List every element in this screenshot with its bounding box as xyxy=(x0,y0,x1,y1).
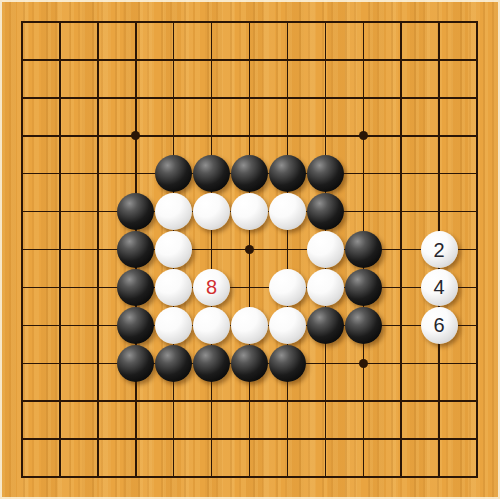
stone-white xyxy=(193,307,230,344)
stone-black xyxy=(117,231,154,268)
move-number-label: 8 xyxy=(206,277,217,297)
stone-white xyxy=(193,193,230,230)
stone-white: 2 xyxy=(421,231,458,268)
move-number-label: 6 xyxy=(434,315,445,335)
stone-black xyxy=(307,155,344,192)
stone-white: 6 xyxy=(421,307,458,344)
stone-black xyxy=(193,155,230,192)
stone-black xyxy=(269,345,306,382)
move-number-label: 4 xyxy=(434,277,445,297)
stone-black xyxy=(231,155,268,192)
stone-black xyxy=(345,269,382,306)
stone-black xyxy=(345,231,382,268)
stone-black xyxy=(269,155,306,192)
stone-white xyxy=(269,193,306,230)
stone-black xyxy=(231,345,268,382)
stone-white xyxy=(269,269,306,306)
stone-white xyxy=(155,231,192,268)
stone-white xyxy=(269,307,306,344)
stone-black xyxy=(345,307,382,344)
stone-black xyxy=(307,307,344,344)
stone-white: 8 xyxy=(193,269,230,306)
stone-black xyxy=(117,193,154,230)
stone-black xyxy=(155,345,192,382)
stone-white xyxy=(307,269,344,306)
stone-white xyxy=(231,307,268,344)
move-number-label: 2 xyxy=(434,240,445,260)
stone-white xyxy=(155,269,192,306)
stone-black xyxy=(117,307,154,344)
stone-black xyxy=(117,269,154,306)
stone-black xyxy=(307,193,344,230)
stone-black xyxy=(117,345,154,382)
stone-white xyxy=(155,193,192,230)
stones-layer: 2846 xyxy=(0,0,500,499)
stone-white xyxy=(231,193,268,230)
stone-white xyxy=(307,231,344,268)
stone-black xyxy=(193,345,230,382)
stone-black xyxy=(155,155,192,192)
stone-white xyxy=(155,307,192,344)
go-board[interactable]: 2846 xyxy=(0,0,500,499)
stone-white: 4 xyxy=(421,269,458,306)
